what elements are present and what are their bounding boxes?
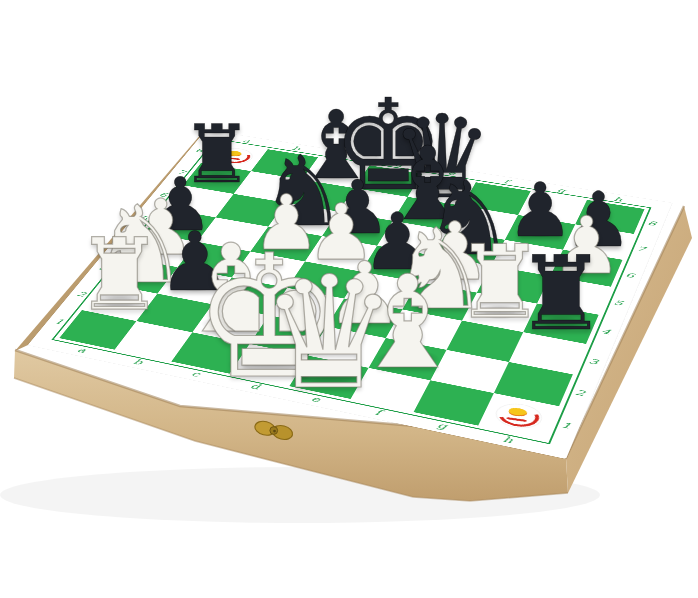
file-label-g-near: g (436, 421, 449, 430)
file-label-b-near: b (132, 358, 145, 366)
file-label-a-near: a (76, 346, 88, 354)
rank-label-1-right: 1 (560, 421, 572, 430)
rank-label-5-right: 5 (613, 299, 624, 307)
file-label-h-near: h (502, 435, 515, 444)
rank-label-8-right: 8 (647, 220, 657, 227)
white-queen-glyph: ♛ (259, 256, 399, 412)
rank-label-2-right: 2 (574, 389, 586, 398)
piece-black-rook-h4[interactable]: ♜ (515, 243, 607, 345)
rank-label-3-right: 3 (587, 358, 599, 366)
product-photo-stage: aabbccddeeffgghh1122334455667788 ♜♟♟♝♞♚♟… (0, 0, 698, 598)
rank-label-7-right: 7 (636, 245, 647, 252)
piece-white-rook-a2[interactable]: ♜ (75, 224, 164, 323)
rank-label-1-left: 1 (53, 318, 65, 325)
rank-label-6-right: 6 (624, 272, 635, 279)
piece-white-queen-e1[interactable]: ♛ (259, 256, 399, 412)
black-rook-glyph: ♜ (515, 243, 607, 345)
white-rook-glyph: ♜ (75, 224, 164, 323)
